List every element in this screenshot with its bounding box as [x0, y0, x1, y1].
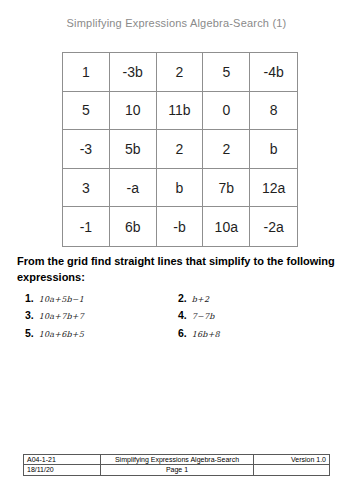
footer-version: Version 1.0: [254, 455, 329, 465]
grid-cell: -3: [63, 130, 110, 169]
grid-cell: -3b: [110, 53, 157, 92]
problem-expression: 7−7b: [192, 312, 215, 321]
grid-cell: 5: [63, 92, 110, 131]
grid-cell: 2: [157, 53, 204, 92]
grid-cell: 12a: [250, 169, 297, 208]
grid-cell: -a: [110, 169, 157, 208]
footer-doc-code: A04-1-21: [24, 455, 101, 465]
grid-cell: 0: [203, 92, 250, 131]
grid-cell: 2: [203, 130, 250, 169]
grid-cell: 2: [157, 130, 204, 169]
grid-cell: 3: [63, 169, 110, 208]
grid-cell: 1: [63, 53, 110, 92]
footer-doc-title: Simplifying Expressions Algebra-Search: [101, 455, 254, 465]
grid-cell: 7b: [203, 169, 250, 208]
grid-cell: 10: [110, 92, 157, 131]
grid-cell: -4b: [250, 53, 297, 92]
page-title: Simplifying Expressions Algebra-Search (…: [0, 17, 353, 29]
problem-item-3: 3. 10a+7b+7: [25, 309, 178, 321]
grid-cell: 5b: [110, 130, 157, 169]
grid-cell: -1: [63, 207, 110, 246]
instructions-text: From the grid find straight lines that s…: [17, 253, 347, 285]
grid-cell: -b: [157, 207, 204, 246]
problem-number: 2.: [178, 292, 187, 304]
problem-expression: b+2: [192, 295, 210, 304]
footer-blank: [254, 465, 329, 475]
problem-item-4: 4. 7−7b: [178, 309, 313, 321]
problem-number: 4.: [178, 309, 187, 321]
grid-cell: b: [157, 169, 204, 208]
problem-list: 1. 10a+5b−1 2. b+2 3. 10a+7b+7 4. 7−7b 5…: [25, 289, 313, 342]
grid-cell: -2a: [250, 207, 297, 246]
footer-page: Page 1: [101, 465, 254, 475]
problem-item-1: 1. 10a+5b−1: [25, 292, 178, 304]
problem-number: 3.: [25, 309, 34, 321]
grid-cell: 8: [250, 92, 297, 131]
problem-number: 1.: [25, 292, 34, 304]
problem-item-2: 2. b+2: [178, 292, 313, 304]
problem-expression: 16b+8: [192, 330, 220, 339]
problem-item-5: 5. 10a+6b+5: [25, 327, 178, 339]
problem-item-6: 6. 16b+8: [178, 327, 313, 339]
problem-number: 5.: [25, 327, 34, 339]
grid-cell: b: [250, 130, 297, 169]
grid-cell: 5: [203, 53, 250, 92]
footer-table: A04-1-21 Simplifying Expressions Algebra…: [23, 454, 330, 476]
grid-cell: 6b: [110, 207, 157, 246]
problem-expression: 10a+5b−1: [39, 295, 84, 304]
problem-number: 6.: [178, 327, 187, 339]
grid-cell: 10a: [203, 207, 250, 246]
grid-cell: 11b: [157, 92, 204, 131]
worksheet-page: Simplifying Expressions Algebra-Search (…: [0, 0, 353, 500]
algebra-search-grid: 1 -3b 2 5 -4b 5 10 11b 0 8 -3 5b 2 2 b 3…: [62, 52, 298, 247]
footer-date: 18/11/20: [24, 465, 101, 475]
problem-expression: 10a+7b+7: [39, 312, 84, 321]
problem-expression: 10a+6b+5: [39, 330, 84, 339]
